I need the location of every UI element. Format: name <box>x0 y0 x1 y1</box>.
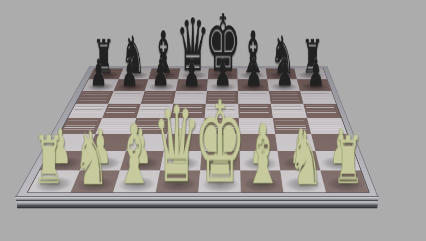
square-g1[interactable]: ♞ <box>280 170 326 192</box>
white-king[interactable]: ♚ <box>193 86 245 198</box>
square-a1[interactable]: ♜ <box>28 170 80 192</box>
square-h6[interactable] <box>300 91 336 104</box>
white-rook[interactable]: ♜ <box>33 128 64 194</box>
square-b7[interactable]: ♟ <box>114 79 149 91</box>
white-rook[interactable]: ♜ <box>333 128 364 194</box>
square-f1[interactable]: ♝ <box>240 170 283 192</box>
white-bishop[interactable]: ♝ <box>243 114 281 196</box>
black-pawn[interactable]: ♟ <box>90 54 107 91</box>
square-g7[interactable]: ♟ <box>267 79 300 91</box>
square-b1[interactable]: ♞ <box>71 170 120 192</box>
square-h1[interactable]: ♜ <box>320 170 368 192</box>
chess-board: ♜♞♝♛♚♝♞♜♟♟♟♟♟♟♟♟♟♟♟♟♟♟♟♟♜♞♝♛♚♝♞♜ <box>17 66 377 196</box>
white-knight[interactable]: ♞ <box>74 121 108 195</box>
square-h7[interactable]: ♟ <box>297 79 331 91</box>
black-pawn[interactable]: ♟ <box>276 54 293 91</box>
square-b6[interactable] <box>108 91 145 104</box>
black-pawn[interactable]: ♟ <box>121 54 138 91</box>
square-g6[interactable] <box>269 91 303 104</box>
board-grid: ♜♞♝♛♚♝♞♜♟♟♟♟♟♟♟♟♟♟♟♟♟♟♟♟♜♞♝♛♚♝♞♜ <box>27 68 370 193</box>
white-bishop[interactable]: ♝ <box>115 114 153 196</box>
chess-scene: ♜♞♝♛♚♝♞♜♟♟♟♟♟♟♟♟♟♟♟♟♟♟♟♟♜♞♝♛♚♝♞♜ <box>0 0 426 241</box>
black-pawn[interactable]: ♟ <box>307 54 324 91</box>
black-pawn[interactable]: ♟ <box>245 54 262 91</box>
white-knight[interactable]: ♞ <box>288 121 322 195</box>
square-e1[interactable]: ♚ <box>198 170 241 192</box>
